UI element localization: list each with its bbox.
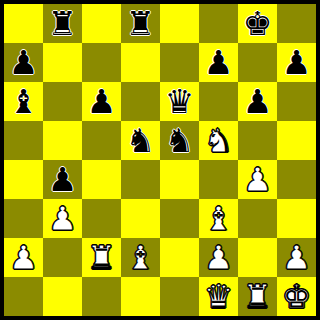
white-pawn-piece[interactable]: ♟ (48, 199, 78, 238)
white-pawn-piece[interactable]: ♟ (204, 238, 234, 277)
square-f3[interactable]: ♝ (199, 199, 238, 238)
square-c4[interactable] (82, 160, 121, 199)
square-c8[interactable] (82, 4, 121, 43)
square-e1[interactable] (160, 277, 199, 316)
square-a4[interactable] (4, 160, 43, 199)
white-pawn-piece[interactable]: ♟ (282, 238, 312, 277)
square-g3[interactable] (238, 199, 277, 238)
square-c2[interactable]: ♜ (82, 238, 121, 277)
square-b3[interactable]: ♟ (43, 199, 82, 238)
square-b6[interactable] (43, 82, 82, 121)
square-g8[interactable]: ♚ (238, 4, 277, 43)
square-a3[interactable] (4, 199, 43, 238)
square-e8[interactable] (160, 4, 199, 43)
square-g4[interactable]: ♟ (238, 160, 277, 199)
square-d7[interactable] (121, 43, 160, 82)
square-h8[interactable] (277, 4, 316, 43)
square-g7[interactable] (238, 43, 277, 82)
black-pawn-piece[interactable]: ♟ (48, 160, 78, 199)
black-rook-piece[interactable]: ♜ (48, 4, 78, 43)
black-pawn-piece[interactable]: ♟ (282, 43, 312, 82)
square-d3[interactable] (121, 199, 160, 238)
square-b2[interactable] (43, 238, 82, 277)
chess-board: ♜♜♚♟♟♟♝♟♛♟♞♞♞♟♟♟♝♟♜♝♟♟♛♜♚ (0, 0, 320, 320)
square-f7[interactable]: ♟ (199, 43, 238, 82)
square-b5[interactable] (43, 121, 82, 160)
square-c6[interactable]: ♟ (82, 82, 121, 121)
square-c7[interactable] (82, 43, 121, 82)
square-d2[interactable]: ♝ (121, 238, 160, 277)
square-f5[interactable]: ♞ (199, 121, 238, 160)
square-a5[interactable] (4, 121, 43, 160)
square-h2[interactable]: ♟ (277, 238, 316, 277)
square-f8[interactable] (199, 4, 238, 43)
square-g6[interactable]: ♟ (238, 82, 277, 121)
square-d6[interactable] (121, 82, 160, 121)
square-e4[interactable] (160, 160, 199, 199)
black-bishop-piece[interactable]: ♝ (9, 82, 39, 121)
square-h7[interactable]: ♟ (277, 43, 316, 82)
square-h5[interactable] (277, 121, 316, 160)
square-d8[interactable]: ♜ (121, 4, 160, 43)
white-rook-piece[interactable]: ♜ (243, 277, 273, 316)
white-pawn-piece[interactable]: ♟ (243, 160, 273, 199)
white-knight-piece[interactable]: ♞ (204, 121, 234, 160)
square-f6[interactable] (199, 82, 238, 121)
black-knight-piece[interactable]: ♞ (126, 121, 156, 160)
square-g1[interactable]: ♜ (238, 277, 277, 316)
square-b8[interactable]: ♜ (43, 4, 82, 43)
black-rook-piece[interactable]: ♜ (126, 4, 156, 43)
black-pawn-piece[interactable]: ♟ (243, 82, 273, 121)
white-bishop-piece[interactable]: ♝ (204, 199, 234, 238)
square-h4[interactable] (277, 160, 316, 199)
square-a7[interactable]: ♟ (4, 43, 43, 82)
square-a1[interactable] (4, 277, 43, 316)
square-c1[interactable] (82, 277, 121, 316)
square-g2[interactable] (238, 238, 277, 277)
square-b1[interactable] (43, 277, 82, 316)
white-pawn-piece[interactable]: ♟ (9, 238, 39, 277)
square-e2[interactable] (160, 238, 199, 277)
square-e5[interactable]: ♞ (160, 121, 199, 160)
square-h1[interactable]: ♚ (277, 277, 316, 316)
square-a2[interactable]: ♟ (4, 238, 43, 277)
white-bishop-piece[interactable]: ♝ (126, 238, 156, 277)
white-queen-piece[interactable]: ♛ (204, 277, 234, 316)
square-d1[interactable] (121, 277, 160, 316)
square-g5[interactable] (238, 121, 277, 160)
square-c5[interactable] (82, 121, 121, 160)
square-b4[interactable]: ♟ (43, 160, 82, 199)
square-f1[interactable]: ♛ (199, 277, 238, 316)
square-d5[interactable]: ♞ (121, 121, 160, 160)
square-e6[interactable]: ♛ (160, 82, 199, 121)
square-f2[interactable]: ♟ (199, 238, 238, 277)
white-king-piece[interactable]: ♚ (282, 277, 312, 316)
white-rook-piece[interactable]: ♜ (87, 238, 117, 277)
square-a8[interactable] (4, 4, 43, 43)
square-a6[interactable]: ♝ (4, 82, 43, 121)
black-king-piece[interactable]: ♚ (243, 4, 273, 43)
square-e7[interactable] (160, 43, 199, 82)
square-c3[interactable] (82, 199, 121, 238)
square-f4[interactable] (199, 160, 238, 199)
black-knight-piece[interactable]: ♞ (165, 121, 195, 160)
black-queen-piece[interactable]: ♛ (165, 82, 195, 121)
square-e3[interactable] (160, 199, 199, 238)
black-pawn-piece[interactable]: ♟ (9, 43, 39, 82)
square-d4[interactable] (121, 160, 160, 199)
square-h3[interactable] (277, 199, 316, 238)
black-pawn-piece[interactable]: ♟ (204, 43, 234, 82)
square-b7[interactable] (43, 43, 82, 82)
square-h6[interactable] (277, 82, 316, 121)
black-pawn-piece[interactable]: ♟ (87, 82, 117, 121)
